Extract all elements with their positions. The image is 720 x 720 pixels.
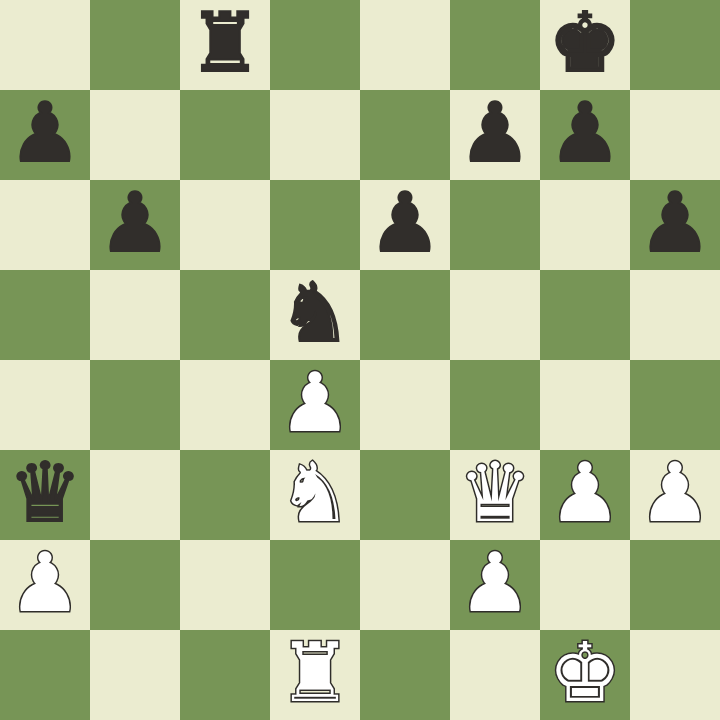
square-a6[interactable] <box>0 180 90 270</box>
square-c6[interactable] <box>180 180 270 270</box>
square-g3[interactable]: ♟ <box>540 450 630 540</box>
piece-white-pawn-g3[interactable]: ♟ <box>548 450 622 538</box>
square-d2[interactable] <box>270 540 360 630</box>
square-b8[interactable] <box>90 0 180 90</box>
square-e3[interactable] <box>360 450 450 540</box>
square-a2[interactable]: ♟ <box>0 540 90 630</box>
piece-white-pawn-d4[interactable]: ♟ <box>278 360 352 448</box>
square-c2[interactable] <box>180 540 270 630</box>
piece-white-pawn-a2[interactable]: ♟ <box>8 540 82 628</box>
square-h8[interactable] <box>630 0 720 90</box>
square-e5[interactable] <box>360 270 450 360</box>
square-d4[interactable]: ♟ <box>270 360 360 450</box>
square-h4[interactable] <box>630 360 720 450</box>
square-c5[interactable] <box>180 270 270 360</box>
square-a3[interactable]: ♛ <box>0 450 90 540</box>
piece-white-king-g1[interactable]: ♚ <box>548 630 622 718</box>
square-e6[interactable]: ♟ <box>360 180 450 270</box>
square-a1[interactable] <box>0 630 90 720</box>
square-a4[interactable] <box>0 360 90 450</box>
square-b4[interactable] <box>90 360 180 450</box>
square-g7[interactable]: ♟ <box>540 90 630 180</box>
square-h3[interactable]: ♟ <box>630 450 720 540</box>
square-h7[interactable] <box>630 90 720 180</box>
square-d1[interactable]: ♜ <box>270 630 360 720</box>
square-d7[interactable] <box>270 90 360 180</box>
square-e1[interactable] <box>360 630 450 720</box>
square-f8[interactable] <box>450 0 540 90</box>
square-c8[interactable]: ♜ <box>180 0 270 90</box>
square-f4[interactable] <box>450 360 540 450</box>
piece-white-rook-d1[interactable]: ♜ <box>278 630 352 718</box>
square-f2[interactable]: ♟ <box>450 540 540 630</box>
piece-black-pawn-g7[interactable]: ♟ <box>548 90 622 178</box>
piece-black-pawn-e6[interactable]: ♟ <box>368 180 442 268</box>
piece-white-knight-d3[interactable]: ♞ <box>278 450 352 538</box>
square-f3[interactable]: ♛ <box>450 450 540 540</box>
square-c7[interactable] <box>180 90 270 180</box>
square-g4[interactable] <box>540 360 630 450</box>
square-b3[interactable] <box>90 450 180 540</box>
square-g6[interactable] <box>540 180 630 270</box>
square-d8[interactable] <box>270 0 360 90</box>
square-c4[interactable] <box>180 360 270 450</box>
square-b6[interactable]: ♟ <box>90 180 180 270</box>
square-b7[interactable] <box>90 90 180 180</box>
piece-white-pawn-h3[interactable]: ♟ <box>638 450 712 538</box>
chess-board: ♜♚♟♟♟♟♟♟♞♟♛♞♛♟♟♟♟♜♚ <box>0 0 720 720</box>
square-d3[interactable]: ♞ <box>270 450 360 540</box>
square-a8[interactable] <box>0 0 90 90</box>
square-b5[interactable] <box>90 270 180 360</box>
square-a7[interactable]: ♟ <box>0 90 90 180</box>
square-b2[interactable] <box>90 540 180 630</box>
square-f1[interactable] <box>450 630 540 720</box>
square-d5[interactable]: ♞ <box>270 270 360 360</box>
square-g5[interactable] <box>540 270 630 360</box>
square-h1[interactable] <box>630 630 720 720</box>
square-a5[interactable] <box>0 270 90 360</box>
square-e7[interactable] <box>360 90 450 180</box>
piece-white-pawn-f2[interactable]: ♟ <box>458 540 532 628</box>
piece-black-rook-c8[interactable]: ♜ <box>188 0 262 88</box>
chess-board-container: ♜♚♟♟♟♟♟♟♞♟♛♞♛♟♟♟♟♜♚ <box>0 0 720 720</box>
piece-black-pawn-h6[interactable]: ♟ <box>638 180 712 268</box>
square-d6[interactable] <box>270 180 360 270</box>
piece-white-queen-f3[interactable]: ♛ <box>458 450 532 538</box>
square-h2[interactable] <box>630 540 720 630</box>
piece-black-pawn-b6[interactable]: ♟ <box>98 180 172 268</box>
square-e8[interactable] <box>360 0 450 90</box>
square-h6[interactable]: ♟ <box>630 180 720 270</box>
square-f7[interactable]: ♟ <box>450 90 540 180</box>
square-h5[interactable] <box>630 270 720 360</box>
square-g2[interactable] <box>540 540 630 630</box>
square-c1[interactable] <box>180 630 270 720</box>
square-g1[interactable]: ♚ <box>540 630 630 720</box>
piece-black-pawn-a7[interactable]: ♟ <box>8 90 82 178</box>
piece-black-knight-d5[interactable]: ♞ <box>278 270 352 358</box>
square-f5[interactable] <box>450 270 540 360</box>
square-b1[interactable] <box>90 630 180 720</box>
square-e4[interactable] <box>360 360 450 450</box>
square-c3[interactable] <box>180 450 270 540</box>
piece-black-pawn-f7[interactable]: ♟ <box>458 90 532 178</box>
square-e2[interactable] <box>360 540 450 630</box>
square-g8[interactable]: ♚ <box>540 0 630 90</box>
piece-black-queen-a3[interactable]: ♛ <box>8 450 82 538</box>
square-f6[interactable] <box>450 180 540 270</box>
piece-black-king-g8[interactable]: ♚ <box>548 0 622 88</box>
